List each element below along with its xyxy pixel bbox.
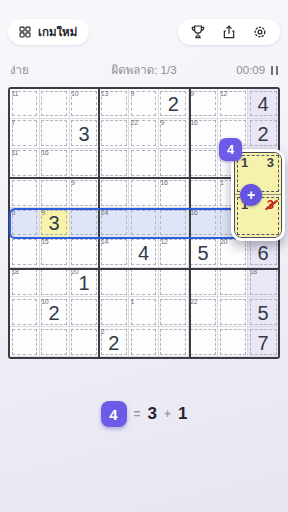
cell-r6c8[interactable]: 20 (218, 238, 248, 268)
cage-sum-label: 9 (190, 90, 194, 97)
cell-r3c4[interactable] (99, 149, 129, 179)
cell-r8c4[interactable] (99, 297, 129, 327)
cell-value: 2 (108, 331, 119, 353)
cell-r3c5[interactable] (129, 149, 159, 179)
cell-r2c9[interactable]: 2 (248, 119, 278, 149)
statusbar: ง่าย ผิดพลาด: 1/3 00:09 (10, 62, 278, 78)
cell-r9c9[interactable]: 7 (248, 327, 278, 357)
cell-r4c3[interactable]: 9 (70, 178, 100, 208)
cell-r6c3[interactable] (70, 238, 100, 268)
cell-r1c4[interactable]: 13 (99, 89, 129, 119)
cell-r6c1[interactable] (10, 238, 40, 268)
grid-icon (18, 25, 32, 39)
cage-sum-label: 7 (12, 119, 16, 126)
topbar-actions (178, 19, 280, 45)
formula-operand-1: 3 (148, 404, 157, 424)
cell-r6c9[interactable]: 6 (248, 238, 278, 268)
cell-r1c1[interactable]: 11 (10, 89, 40, 119)
cage-sum-label: 10 (41, 298, 48, 305)
cage-sum-label: 9 (71, 179, 75, 186)
new-game-button[interactable]: เกมใหม่ (8, 19, 89, 45)
cell-r1c3[interactable]: 10 (70, 89, 100, 119)
cage-sum-label: 22 (190, 298, 197, 305)
cell-r9c7[interactable] (189, 327, 219, 357)
cell-value: 5 (197, 241, 208, 263)
cell-r5c7[interactable]: 16 (189, 208, 219, 238)
cell-r7c2[interactable] (40, 268, 70, 298)
cell-r5c5[interactable] (129, 208, 159, 238)
cell-r8c8[interactable] (218, 297, 248, 327)
timer: 00:09 (199, 64, 278, 76)
cell-r1c7[interactable]: 9 (189, 89, 219, 119)
topbar: เกมใหม่ (8, 19, 280, 45)
cell-value: 2 (258, 122, 269, 144)
cell-value: 1 (78, 271, 89, 293)
cell-r3c6[interactable] (159, 149, 189, 179)
cell-r7c6[interactable] (159, 268, 189, 298)
difficulty-label: ง่าย (10, 61, 89, 79)
cell-r3c1[interactable]: 11 (10, 149, 40, 179)
cell-r9c2[interactable] (40, 327, 70, 357)
trophy-icon[interactable] (190, 24, 206, 40)
cell-r3c2[interactable]: 16 (40, 149, 70, 179)
equals-sign: = (134, 407, 141, 421)
cage-sum-label: 11 (12, 149, 19, 156)
cell-r2c5[interactable]: 22 (129, 119, 159, 149)
cell-r2c1[interactable]: 7 (10, 119, 40, 149)
cell-r6c4[interactable]: 14 (99, 238, 129, 268)
cell-value: 3 (49, 211, 60, 233)
cell-r5c2[interactable]: 93 (40, 208, 70, 238)
cell-r7c4[interactable] (99, 268, 129, 298)
box-divider-v2 (189, 89, 191, 357)
cell-r8c6[interactable] (159, 297, 189, 327)
cage-sum-label: 16 (41, 149, 48, 156)
cell-r7c1[interactable]: 18 (10, 268, 40, 298)
cell-value: 7 (258, 331, 269, 353)
cage-sum-label: 5 (12, 209, 16, 216)
cell-r3c3[interactable] (70, 149, 100, 179)
cell-r2c6[interactable]: 9 (159, 119, 189, 149)
cell-value: 2 (168, 92, 179, 114)
cage-sum-label: 20 (220, 238, 227, 245)
cell-r9c1[interactable] (10, 327, 40, 357)
cell-value: 4 (258, 92, 269, 114)
cell-r9c5[interactable] (129, 327, 159, 357)
cage-sum-label: 11 (12, 90, 19, 97)
cell-r8c7[interactable]: 22 (189, 297, 219, 327)
new-game-label: เกมใหม่ (38, 23, 77, 41)
cell-value: 3 (78, 122, 89, 144)
timer-value: 00:09 (236, 64, 265, 76)
cage-sum-label: 13 (101, 90, 108, 97)
cell-r7c9[interactable]: 18 (248, 268, 278, 298)
cell-r6c5[interactable]: 4 (129, 238, 159, 268)
settings-icon[interactable] (252, 24, 268, 40)
cage-sum-label: 1 (131, 298, 135, 305)
cell-r4c1[interactable] (10, 178, 40, 208)
cell-r7c5[interactable] (129, 268, 159, 298)
pencil-mark-1: 1 (241, 155, 248, 171)
formula-operand-2: 1 (178, 404, 187, 424)
share-icon[interactable] (221, 24, 237, 40)
pause-icon[interactable] (271, 66, 278, 75)
cage-sum-label: 1 (220, 179, 224, 186)
hint-formula: 4 = 3 + 1 (0, 401, 288, 427)
cell-r4c2[interactable] (40, 178, 70, 208)
cell-r9c3[interactable] (70, 327, 100, 357)
cell-r8c3[interactable] (70, 297, 100, 327)
cell-value: 2 (49, 301, 60, 323)
cell-r1c5[interactable]: 9 (129, 89, 159, 119)
cell-r7c3[interactable]: 201 (70, 268, 100, 298)
plus-sign: + (164, 407, 171, 421)
cell-r4c7[interactable] (189, 178, 219, 208)
cell-r9c6[interactable] (159, 327, 189, 357)
box-divider-h2 (10, 268, 278, 270)
cage-sum-label: 2 (101, 328, 105, 335)
cell-value: 5 (258, 301, 269, 323)
cage-sum-badge: 4 (219, 138, 242, 161)
cage-sum-label: 10 (71, 90, 78, 97)
cage-sum-label: 12 (160, 238, 167, 245)
plus-button[interactable]: + (240, 184, 262, 206)
cage-sum-label: 24 (101, 209, 108, 216)
cell-r5c6[interactable] (159, 208, 189, 238)
cell-r9c8[interactable] (218, 327, 248, 357)
cell-r2c2[interactable] (40, 119, 70, 149)
cell-r7c7[interactable] (189, 268, 219, 298)
mistakes-counter: ผิดพลาด: 1/3 (89, 61, 199, 79)
cell-r8c1[interactable] (10, 297, 40, 327)
pencil-mark-3: 3 (267, 155, 274, 171)
cage-sum-label: 9 (131, 90, 135, 97)
cage-sum-label: 16 (190, 209, 197, 216)
cell-r1c6[interactable]: 2 (159, 89, 189, 119)
cage-sum-label: 22 (131, 119, 138, 126)
cell-r3c7[interactable] (189, 149, 219, 179)
cell-r4c6[interactable]: 16 (159, 178, 189, 208)
box-divider-v1 (98, 89, 100, 357)
cage-sum-label: 14 (101, 238, 108, 245)
formula-sum-badge: 4 (101, 401, 127, 427)
cage-sum-label: 9 (160, 119, 164, 126)
cell-r5c1[interactable]: 5 (10, 208, 40, 238)
cage-sum-label: 12 (220, 90, 227, 97)
cell-value: 4 (138, 241, 149, 263)
cell-r1c2[interactable] (40, 89, 70, 119)
cell-r6c6[interactable]: 12 (159, 238, 189, 268)
cell-r4c5[interactable] (129, 178, 159, 208)
killer-sudoku-app: เกมใหม่ ง่าย ผิดพลาด: 1/3 (0, 0, 288, 512)
cell-r6c7[interactable]: 5 (189, 238, 219, 268)
cell-r7c8[interactable] (218, 268, 248, 298)
cell-r8c2[interactable]: 102 (40, 297, 70, 327)
cage-sum-label: 16 (160, 179, 167, 186)
cell-r1c8[interactable]: 12 (218, 89, 248, 119)
cell-r6c2[interactable]: 15 (40, 238, 70, 268)
cell-value: 6 (258, 241, 269, 263)
cell-r5c4[interactable]: 24 (99, 208, 129, 238)
cell-r8c9[interactable]: 5 (248, 297, 278, 327)
cell-r2c4[interactable] (99, 119, 129, 149)
cage-sum-label: 15 (41, 238, 48, 245)
cell-r9c4[interactable]: 22 (99, 327, 129, 357)
cell-r1c9[interactable]: 4 (248, 89, 278, 119)
cell-r2c7[interactable]: 16 (189, 119, 219, 149)
cage-sum-label: 16 (190, 119, 197, 126)
pencil-mark-3-eliminated: 3 (267, 197, 274, 213)
cell-r2c3[interactable]: 3 (70, 119, 100, 149)
cell-r8c5[interactable]: 1 (129, 297, 159, 327)
hint-popup-frame: 1313 + (231, 149, 285, 241)
cell-r4c4[interactable] (99, 178, 129, 208)
cage-sum-label: 9 (41, 209, 45, 216)
cell-r5c3[interactable] (70, 208, 100, 238)
